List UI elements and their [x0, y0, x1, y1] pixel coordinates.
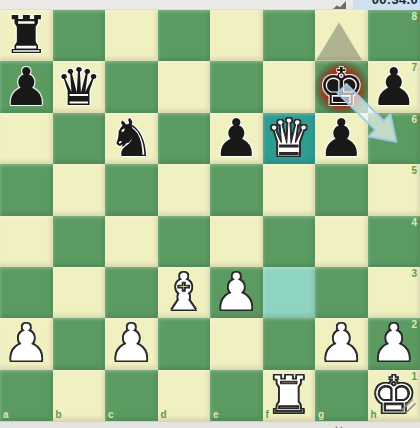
rank-label-7: 7: [411, 62, 417, 73]
square-a1[interactable]: a: [0, 370, 53, 421]
signal-icon: [333, 1, 346, 9]
opponent-clock-value: 00:34.0: [353, 0, 420, 7]
file-label-d: d: [161, 409, 167, 420]
piece-black-pawn[interactable]: ♟: [213, 113, 260, 164]
square-g1[interactable]: g: [315, 370, 368, 421]
file-label-h: h: [371, 409, 377, 420]
square-g7[interactable]: ♚: [315, 61, 368, 112]
piece-white-pawn[interactable]: ♟: [370, 318, 417, 369]
square-h3[interactable]: 3: [368, 267, 420, 318]
square-g8[interactable]: [315, 10, 368, 61]
square-a2[interactable]: ♟: [0, 318, 53, 369]
square-f8[interactable]: [263, 10, 316, 61]
square-e1[interactable]: e: [210, 370, 263, 421]
piece-black-knight[interactable]: ♞: [108, 113, 155, 164]
square-b3[interactable]: [53, 267, 106, 318]
square-a7[interactable]: ♟: [0, 61, 53, 112]
piece-black-rook[interactable]: ♜: [3, 10, 50, 61]
piece-white-pawn[interactable]: ♟: [318, 318, 365, 369]
square-e4[interactable]: [210, 216, 263, 267]
square-a3[interactable]: [0, 267, 53, 318]
square-e2[interactable]: [210, 318, 263, 369]
piece-white-king[interactable]: ♚: [370, 370, 417, 421]
square-e8[interactable]: [210, 10, 263, 61]
piece-white-pawn[interactable]: ♟: [108, 318, 155, 369]
square-h4[interactable]: 4: [368, 216, 420, 267]
rank-label-6: 6: [411, 114, 417, 125]
file-label-a: a: [3, 409, 9, 420]
square-f3-highlighted[interactable]: [263, 267, 316, 318]
square-a5[interactable]: [0, 164, 53, 215]
square-h8[interactable]: 8: [368, 10, 420, 61]
square-b5[interactable]: [53, 164, 106, 215]
piece-black-pawn[interactable]: ♟: [318, 113, 365, 164]
square-f2[interactable]: [263, 318, 316, 369]
square-d6[interactable]: [158, 113, 211, 164]
square-h5[interactable]: 5: [368, 164, 420, 215]
square-e6[interactable]: ♟: [210, 113, 263, 164]
square-a8[interactable]: ♜: [0, 10, 53, 61]
square-g6[interactable]: ♟: [315, 113, 368, 164]
square-g3[interactable]: [315, 267, 368, 318]
file-label-e: e: [213, 409, 219, 420]
square-c8[interactable]: [105, 10, 158, 61]
square-d8[interactable]: [158, 10, 211, 61]
piece-white-queen[interactable]: ♛: [265, 113, 312, 164]
piece-black-pawn[interactable]: ♟: [370, 62, 417, 113]
player-clock-bar: 01:00: [0, 421, 420, 428]
opponent-clock: 00:34.0: [353, 0, 420, 10]
rank-label-8: 8: [411, 11, 417, 22]
chess-board[interactable]: ♜8♟♛♚7♟♞♟♛♟654♝♟3♟♟♟2♟abcdef♜g1h♚: [0, 10, 420, 421]
chess-app-screen: 00:34.0 ♜8♟♛♚7♟♞♟♛♟654♝♟3♟♟♟2♟abcdef♜g1h…: [0, 0, 420, 428]
piece-black-king[interactable]: ♚: [318, 62, 365, 113]
square-e3[interactable]: ♟: [210, 267, 263, 318]
piece-white-rook[interactable]: ♜: [265, 370, 312, 421]
square-a6[interactable]: [0, 113, 53, 164]
square-c7[interactable]: [105, 61, 158, 112]
square-d3[interactable]: ♝: [158, 267, 211, 318]
square-d4[interactable]: [158, 216, 211, 267]
rank-label-1: 1: [411, 371, 417, 382]
square-c4[interactable]: [105, 216, 158, 267]
file-label-g: g: [318, 409, 324, 420]
piece-white-pawn[interactable]: ♟: [3, 318, 50, 369]
piece-white-pawn[interactable]: ♟: [213, 267, 260, 318]
square-c5[interactable]: [105, 164, 158, 215]
square-b1[interactable]: b: [53, 370, 106, 421]
square-c1[interactable]: c: [105, 370, 158, 421]
file-label-b: b: [56, 409, 62, 420]
file-label-f: f: [266, 409, 269, 420]
square-c6[interactable]: ♞: [105, 113, 158, 164]
piece-black-pawn[interactable]: ♟: [3, 62, 50, 113]
square-f7[interactable]: [263, 61, 316, 112]
rank-label-3: 3: [411, 268, 417, 279]
square-f5[interactable]: [263, 164, 316, 215]
square-h2[interactable]: 2♟: [368, 318, 420, 369]
square-f1[interactable]: f♜: [263, 370, 316, 421]
square-c2[interactable]: ♟: [105, 318, 158, 369]
square-f4[interactable]: [263, 216, 316, 267]
rank-label-5: 5: [411, 165, 417, 176]
square-c3[interactable]: [105, 267, 158, 318]
square-h6[interactable]: 6: [368, 113, 420, 164]
piece-black-queen[interactable]: ♛: [55, 62, 102, 113]
square-g4[interactable]: [315, 216, 368, 267]
file-label-c: c: [108, 409, 114, 420]
square-a4[interactable]: [0, 216, 53, 267]
square-b2[interactable]: [53, 318, 106, 369]
square-g5[interactable]: [315, 164, 368, 215]
rank-label-4: 4: [411, 217, 417, 228]
square-g2[interactable]: ♟: [315, 318, 368, 369]
square-d5[interactable]: [158, 164, 211, 215]
piece-white-bishop[interactable]: ♝: [160, 267, 207, 318]
square-d7[interactable]: [158, 61, 211, 112]
square-b4[interactable]: [53, 216, 106, 267]
opponent-clock-bar: 00:34.0: [0, 0, 420, 10]
square-d2[interactable]: [158, 318, 211, 369]
square-b7[interactable]: ♛: [53, 61, 106, 112]
square-e5[interactable]: [210, 164, 263, 215]
square-b8[interactable]: [53, 10, 106, 61]
square-e7[interactable]: [210, 61, 263, 112]
square-d1[interactable]: d: [158, 370, 211, 421]
square-h1[interactable]: 1h♚: [368, 370, 420, 421]
rank-label-2: 2: [411, 319, 417, 330]
square-h7[interactable]: 7♟: [368, 61, 420, 112]
square-f6-highlighted[interactable]: ♛: [263, 113, 316, 164]
square-b6[interactable]: [53, 113, 106, 164]
